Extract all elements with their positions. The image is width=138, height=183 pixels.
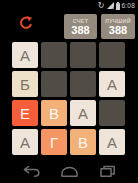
score-value: 388 <box>71 24 89 36</box>
empty-cell <box>41 42 67 68</box>
best-value: 388 <box>109 24 127 36</box>
back-icon <box>22 165 41 178</box>
tile-А: А <box>12 42 38 68</box>
tile-Б: Б <box>12 71 38 97</box>
recents-button[interactable] <box>98 165 117 178</box>
clock: 6:08 <box>122 2 135 9</box>
empty-cell <box>70 42 96 68</box>
tile-А: А <box>12 129 38 155</box>
tile-А: А <box>99 71 125 97</box>
tile-Г: Г <box>41 129 67 155</box>
battery-icon <box>116 2 120 10</box>
tile-В: В <box>41 100 67 126</box>
restart-button[interactable] <box>17 15 34 32</box>
best-score-box: ЛУЧШИЙ 388 <box>101 14 135 39</box>
home-button[interactable] <box>60 165 79 178</box>
empty-cell <box>41 71 67 97</box>
restart-icon <box>17 15 34 32</box>
tile-А: А <box>99 129 125 155</box>
home-icon <box>60 165 79 178</box>
recents-icon <box>99 165 116 178</box>
score-box: СЧЕТ 388 <box>64 14 97 39</box>
tile-Е: Е <box>12 100 38 126</box>
status-bar: ↻ 6:08 <box>0 0 138 11</box>
back-button[interactable] <box>22 165 41 178</box>
empty-cell <box>70 71 96 97</box>
board-grid[interactable]: АБАЕВААГВА <box>12 42 125 155</box>
empty-cell <box>99 42 125 68</box>
sync-icon: ↻ <box>98 2 105 10</box>
tile-А: А <box>70 100 96 126</box>
signal-icon <box>107 2 114 9</box>
navigation-bar <box>0 160 138 183</box>
tile-В: В <box>70 129 96 155</box>
phone-screen: ↻ 6:08 СЧЕТ 388 ЛУЧШИЙ 388 АБАЕВААГВА <box>0 0 138 183</box>
empty-cell <box>99 100 125 126</box>
